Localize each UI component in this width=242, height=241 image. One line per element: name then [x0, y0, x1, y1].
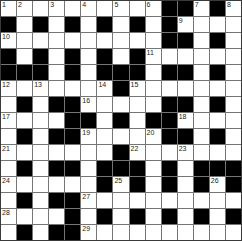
black-cell-r0c13 [210, 1, 225, 16]
black-cell-r4c10 [162, 65, 177, 80]
black-cell-r11c12 [194, 177, 209, 192]
cell-r3c5[interactable] [81, 49, 96, 64]
cell-r6c7[interactable] [113, 97, 128, 112]
cell-r2c1[interactable] [17, 33, 32, 48]
cell-r5c6[interactable]: 14 [97, 81, 112, 96]
cell-r11c0[interactable]: 24 [1, 177, 16, 192]
clue-number-15: 15 [131, 81, 139, 89]
cell-r0c12[interactable]: 7 [194, 1, 209, 16]
cell-r2c7[interactable] [113, 33, 128, 48]
black-cell-r8c10 [162, 129, 177, 144]
cell-r7c6[interactable] [97, 113, 112, 128]
cell-r14c2[interactable] [33, 225, 48, 240]
black-cell-r6c1 [17, 97, 32, 112]
black-cell-r7c7 [113, 113, 128, 128]
cell-r9c4[interactable] [65, 145, 80, 160]
cell-r2c0[interactable]: 10 [1, 33, 16, 48]
cell-r14c6[interactable] [97, 225, 112, 240]
cell-r8c7[interactable] [113, 129, 128, 144]
cell-r5c13[interactable] [210, 81, 225, 96]
cell-r13c13[interactable] [210, 209, 225, 224]
cell-r8c2[interactable] [33, 129, 48, 144]
black-cell-r1c2 [33, 17, 48, 32]
cell-r11c5[interactable] [81, 177, 96, 192]
cell-r11c11[interactable] [178, 177, 193, 192]
cell-r7c8[interactable] [130, 113, 145, 128]
clue-number-1: 1 [2, 1, 6, 9]
clue-number-3: 3 [50, 1, 54, 9]
cell-r13c7[interactable] [113, 209, 128, 224]
black-cell-r3c6 [97, 49, 112, 64]
cell-r11c1[interactable] [17, 177, 32, 192]
black-cell-r11c14 [226, 177, 241, 192]
cell-r13c3[interactable] [49, 209, 64, 224]
cell-r14c5[interactable]: 29 [81, 225, 96, 240]
cell-r12c10[interactable] [162, 193, 177, 208]
cell-r7c13[interactable] [210, 113, 225, 128]
cell-r11c9[interactable] [146, 177, 161, 192]
black-cell-r13c8 [130, 209, 145, 224]
cell-r9c10[interactable] [162, 145, 177, 160]
clue-number-6: 6 [147, 1, 151, 9]
cell-r13c0[interactable]: 28 [1, 209, 16, 224]
clue-number-14: 14 [98, 81, 106, 89]
black-cell-r11c6 [97, 177, 112, 192]
black-cell-r10c3 [49, 161, 64, 176]
black-cell-r10c14 [226, 161, 241, 176]
cell-r4c12[interactable] [194, 65, 209, 80]
black-cell-r4c6 [97, 65, 112, 80]
cell-r0c8[interactable] [130, 1, 145, 16]
cell-r0c5[interactable]: 4 [81, 1, 96, 16]
cell-r14c9[interactable] [146, 225, 161, 240]
cell-r6c12[interactable] [194, 97, 209, 112]
clue-number-19: 19 [82, 129, 90, 137]
cell-r0c3[interactable]: 3 [49, 1, 64, 16]
black-cell-r9c7 [113, 145, 128, 160]
cell-r5c4[interactable] [65, 81, 80, 96]
clue-number-8: 8 [227, 1, 231, 9]
clue-number-7: 7 [195, 1, 199, 9]
black-cell-r2c11 [178, 33, 193, 48]
cell-r5c14[interactable] [226, 81, 241, 96]
black-cell-r7c10 [162, 113, 177, 128]
cell-r3c14[interactable] [226, 49, 241, 64]
clue-number-9: 9 [179, 17, 183, 25]
black-cell-r3c2 [33, 49, 48, 64]
cell-r6c6[interactable] [97, 97, 112, 112]
cell-r14c13[interactable] [210, 225, 225, 240]
cell-r1c5[interactable] [81, 17, 96, 32]
black-cell-r2c13 [210, 33, 225, 48]
clue-number-25: 25 [114, 177, 122, 185]
cell-r4c14[interactable] [226, 65, 241, 80]
cell-r5c0[interactable]: 12 [1, 81, 16, 96]
cell-r6c0[interactable] [1, 97, 16, 112]
cell-r0c14[interactable]: 8 [226, 1, 241, 16]
cell-r7c2[interactable] [33, 113, 48, 128]
cell-r9c8[interactable]: 22 [130, 145, 145, 160]
black-cell-r10c12 [194, 161, 209, 176]
cell-r12c14[interactable] [226, 193, 241, 208]
black-cell-r6c4 [65, 97, 80, 112]
black-cell-r13c4 [65, 209, 80, 224]
cell-r9c12[interactable] [194, 145, 209, 160]
black-cell-r10c7 [113, 161, 128, 176]
black-cell-r3c4 [65, 49, 80, 64]
cell-r13c11[interactable] [178, 209, 193, 224]
cell-r9c14[interactable] [226, 145, 241, 160]
cell-r14c10[interactable] [162, 225, 177, 240]
black-cell-r11c8 [130, 177, 145, 192]
clue-number-10: 10 [2, 33, 10, 41]
black-cell-r7c9 [146, 113, 161, 128]
black-cell-r1c6 [97, 17, 112, 32]
cell-r11c3[interactable] [49, 177, 64, 192]
cell-r3c11[interactable] [178, 49, 193, 64]
cell-r0c1[interactable]: 2 [17, 1, 32, 16]
crossword-board: 1234567891011121314151617181920212223242… [0, 0, 242, 241]
cell-r2c2[interactable] [33, 33, 48, 48]
black-cell-r10c4 [65, 161, 80, 176]
cell-r5c9[interactable] [146, 81, 161, 96]
black-cell-r14c1 [17, 225, 32, 240]
black-cell-r12c1 [17, 193, 32, 208]
black-cell-r1c4 [65, 17, 80, 32]
black-cell-r4c0 [1, 65, 16, 80]
black-cell-r13c14 [226, 209, 241, 224]
cell-r1c14[interactable] [226, 17, 241, 32]
cell-r1c11[interactable]: 9 [178, 17, 193, 32]
clue-number-2: 2 [18, 1, 22, 9]
cell-r3c7[interactable] [113, 49, 128, 64]
black-cell-r8c13 [210, 129, 225, 144]
cell-r7c14[interactable] [226, 113, 241, 128]
black-cell-r10c10 [162, 161, 177, 176]
cell-r7c12[interactable] [194, 113, 209, 128]
cell-r10c5[interactable] [81, 161, 96, 176]
cell-r9c5[interactable] [81, 145, 96, 160]
cell-r14c11[interactable] [178, 225, 193, 240]
cell-r1c7[interactable] [113, 17, 128, 32]
black-cell-r3c8 [130, 49, 145, 64]
cell-r12c0[interactable] [1, 193, 16, 208]
black-cell-r4c11 [178, 65, 193, 80]
black-cell-r0c11 [178, 1, 193, 16]
cell-r10c0[interactable] [1, 161, 16, 176]
cell-r13c9[interactable] [146, 209, 161, 224]
cell-r12c5[interactable]: 27 [81, 193, 96, 208]
black-cell-r10c6 [97, 161, 112, 176]
cell-r5c8[interactable]: 15 [130, 81, 145, 96]
cell-r7c1[interactable] [17, 113, 32, 128]
cell-r8c12[interactable] [194, 129, 209, 144]
cell-r12c13[interactable] [210, 193, 225, 208]
clue-number-12: 12 [2, 81, 10, 89]
black-cell-r8c11 [178, 129, 193, 144]
cell-r5c12[interactable] [194, 81, 209, 96]
cell-r1c12[interactable] [194, 17, 209, 32]
black-cell-r1c8 [130, 17, 145, 32]
cell-r9c13[interactable] [210, 145, 225, 160]
cell-r4c3[interactable] [49, 65, 64, 80]
black-cell-r8c4 [65, 129, 80, 144]
black-cell-r13c6 [97, 209, 112, 224]
cell-r8c6[interactable] [97, 129, 112, 144]
cell-r9c11[interactable]: 23 [178, 145, 193, 160]
cell-r3c3[interactable] [49, 49, 64, 64]
cell-r5c2[interactable]: 13 [33, 81, 48, 96]
cell-r7c3[interactable] [49, 113, 64, 128]
cell-r9c3[interactable] [49, 145, 64, 160]
cell-r0c0[interactable]: 1 [1, 1, 16, 16]
black-cell-r4c2 [33, 65, 48, 80]
black-cell-r6c11 [178, 97, 193, 112]
clue-number-29: 29 [82, 225, 90, 233]
cell-r6c9[interactable] [146, 97, 161, 112]
cell-r8c0[interactable] [1, 129, 16, 144]
cell-r12c8[interactable] [130, 193, 145, 208]
cell-r2c12[interactable] [194, 33, 209, 48]
cell-r11c13[interactable]: 26 [210, 177, 225, 192]
cell-r6c14[interactable] [226, 97, 241, 112]
cell-r3c1[interactable] [17, 49, 32, 64]
clue-number-20: 20 [147, 129, 155, 137]
black-cell-r7c5 [81, 113, 96, 128]
black-cell-r3c0 [1, 49, 16, 64]
black-cell-r6c3 [49, 97, 64, 112]
cell-r12c12[interactable] [194, 193, 209, 208]
black-cell-r8c1 [17, 129, 32, 144]
clue-number-27: 27 [82, 193, 90, 201]
cell-r3c10[interactable] [162, 49, 177, 64]
cell-r0c4[interactable] [65, 1, 80, 16]
cell-r8c5[interactable]: 19 [81, 129, 96, 144]
cell-r1c13[interactable] [210, 17, 225, 32]
black-cell-r14c4 [65, 225, 80, 240]
cell-r12c11[interactable] [178, 193, 193, 208]
cell-r12c6[interactable] [97, 193, 112, 208]
cell-r2c3[interactable] [49, 33, 64, 48]
cell-r12c7[interactable] [113, 193, 128, 208]
clue-number-22: 22 [131, 145, 139, 153]
cell-r5c5[interactable] [81, 81, 96, 96]
cell-r7c0[interactable]: 17 [1, 113, 16, 128]
cell-r9c1[interactable] [17, 145, 32, 160]
cell-r5c10[interactable] [162, 81, 177, 96]
cell-r8c9[interactable]: 20 [146, 129, 161, 144]
cell-r14c14[interactable] [226, 225, 241, 240]
cell-r14c7[interactable] [113, 225, 128, 240]
black-cell-r0c10 [162, 1, 177, 16]
black-cell-r4c8 [130, 65, 145, 80]
cell-r1c3[interactable] [49, 17, 64, 32]
clue-number-16: 16 [82, 97, 90, 105]
cell-r5c1[interactable] [17, 81, 32, 96]
black-cell-r4c7 [113, 65, 128, 80]
clue-number-4: 4 [82, 1, 86, 9]
cell-r12c2[interactable] [33, 193, 48, 208]
cell-r9c2[interactable] [33, 145, 48, 160]
cell-r2c6[interactable] [97, 33, 112, 48]
black-cell-r1c0 [1, 17, 16, 32]
cell-r1c1[interactable] [17, 17, 32, 32]
black-cell-r10c13 [210, 161, 225, 176]
black-cell-r8c3 [49, 129, 64, 144]
cell-r10c11[interactable] [178, 161, 193, 176]
clue-number-18: 18 [179, 113, 187, 121]
clue-number-24: 24 [2, 177, 10, 185]
cell-r6c2[interactable] [33, 97, 48, 112]
cell-r2c14[interactable] [226, 33, 241, 48]
black-cell-r6c13 [210, 97, 225, 112]
black-cell-r6c10 [162, 97, 177, 112]
cell-r8c8[interactable] [130, 129, 145, 144]
cell-r3c9[interactable]: 11 [146, 49, 161, 64]
cell-r0c7[interactable]: 5 [113, 1, 128, 16]
crossword-grid: 1234567891011121314151617181920212223242… [0, 0, 242, 241]
clue-number-13: 13 [34, 81, 42, 89]
cell-r14c0[interactable] [1, 225, 16, 240]
cell-r7c11[interactable]: 18 [178, 113, 193, 128]
black-cell-r1c10 [162, 17, 177, 32]
clue-number-17: 17 [2, 113, 10, 121]
cell-r13c1[interactable] [17, 209, 32, 224]
cell-r8c14[interactable] [226, 129, 241, 144]
cell-r3c12[interactable] [194, 49, 209, 64]
cell-r11c7[interactable]: 25 [113, 177, 128, 192]
cell-r14c12[interactable] [194, 225, 209, 240]
cell-r2c5[interactable] [81, 33, 96, 48]
cell-r9c0[interactable]: 21 [1, 145, 16, 160]
cell-r2c4[interactable] [65, 33, 80, 48]
cell-r2c8[interactable] [130, 33, 145, 48]
cell-r12c9[interactable] [146, 193, 161, 208]
cell-r0c2[interactable] [33, 1, 48, 16]
cell-r5c11[interactable] [178, 81, 193, 96]
cell-r0c6[interactable] [97, 1, 112, 16]
black-cell-r2c10 [162, 33, 177, 48]
black-cell-r10c8 [130, 161, 145, 176]
cell-r1c9[interactable] [146, 17, 161, 32]
cell-r9c9[interactable] [146, 145, 161, 160]
cell-r2c9[interactable] [146, 33, 161, 48]
clue-number-23: 23 [179, 145, 187, 153]
cell-r5c3[interactable] [49, 81, 64, 96]
cell-r6c5[interactable]: 16 [81, 97, 96, 112]
clue-number-11: 11 [147, 49, 154, 57]
cell-r4c9[interactable] [146, 65, 161, 80]
cell-r9c6[interactable] [97, 145, 112, 160]
black-cell-r4c1 [17, 65, 32, 80]
black-cell-r10c1 [17, 161, 32, 176]
black-cell-r7c4 [65, 113, 80, 128]
clue-number-21: 21 [2, 145, 10, 153]
cell-r14c8[interactable] [130, 225, 145, 240]
cell-r13c2[interactable] [33, 209, 48, 224]
black-cell-r4c13 [210, 65, 225, 80]
black-cell-r12c3 [49, 193, 64, 208]
black-cell-r11c10 [162, 177, 177, 192]
black-cell-r13c12 [194, 209, 209, 224]
black-cell-r4c4 [65, 65, 80, 80]
cell-r10c2[interactable] [33, 161, 48, 176]
cell-r6c8[interactable] [130, 97, 145, 112]
cell-r13c5[interactable] [81, 209, 96, 224]
clue-number-28: 28 [2, 209, 10, 217]
cell-r10c9[interactable] [146, 161, 161, 176]
cell-r4c5[interactable] [81, 65, 96, 80]
cell-r3c13[interactable] [210, 49, 225, 64]
black-cell-r5c7 [113, 81, 128, 96]
cell-r0c9[interactable]: 6 [146, 1, 161, 16]
cell-r11c4[interactable] [65, 177, 80, 192]
cell-r11c2[interactable] [33, 177, 48, 192]
clue-number-5: 5 [114, 1, 118, 9]
black-cell-r14c3 [49, 225, 64, 240]
black-cell-r12c4 [65, 193, 80, 208]
clue-number-26: 26 [211, 177, 219, 185]
black-cell-r13c10 [162, 209, 177, 224]
